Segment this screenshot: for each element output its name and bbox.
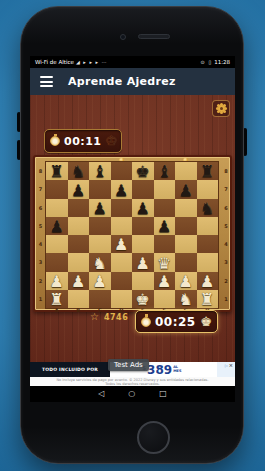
square-c2[interactable]: ♟ [89,272,111,290]
white-rook-piece[interactable]: ♜ [200,292,214,308]
ad-banner[interactable]: TODO INCLUIDO POR $ 389 AL MES ▷ × No in… [30,362,235,386]
rank-label-1: 1 [36,290,45,308]
adchoices-icon[interactable]: ▷ [225,363,228,368]
square-c5[interactable] [89,217,111,235]
square-f3[interactable]: ♛ [154,253,176,271]
white-queen-piece[interactable]: ♛ [157,256,171,272]
settings-button[interactable] [212,100,230,117]
square-g6[interactable] [175,199,197,217]
square-a2[interactable]: ♟ [46,272,68,290]
black-clock-time: 00:11 [64,135,102,148]
black-knight-piece[interactable]: ♞ [71,164,85,180]
rank-label-4: 4 [221,235,231,253]
system-status-icons: ⊙ ▯ [201,59,213,65]
nav-home-icon[interactable]: ○ [128,390,135,398]
square-c6[interactable]: ♟ [89,199,111,217]
rank-label-7: 7 [36,180,45,198]
black-king-piece[interactable]: ♚ [136,164,150,180]
home-button[interactable] [137,421,170,454]
ad-close-icon[interactable]: × [229,363,233,368]
square-b1[interactable] [68,290,90,308]
square-a5[interactable]: ♟ [46,217,68,235]
square-b6[interactable] [68,199,90,217]
square-d4[interactable]: ♟ [111,235,133,253]
square-d2[interactable] [111,272,133,290]
black-pawn-piece[interactable]: ♟ [50,219,64,235]
square-b8[interactable]: ♞ [68,162,90,180]
square-c7[interactable] [89,180,111,198]
square-f7[interactable] [154,180,176,198]
square-f2[interactable]: ♟ [154,272,176,290]
rank-label-4: 4 [36,235,45,253]
square-g8[interactable] [175,162,197,180]
app-bar: Aprende Ajedrez [30,68,235,95]
square-e5[interactable] [132,217,154,235]
square-c4[interactable] [89,235,111,253]
rank-label-7: 7 [221,180,231,198]
black-pawn-piece[interactable]: ♟ [179,183,193,199]
white-pawn-piece[interactable]: ♟ [136,256,150,272]
square-h2[interactable]: ♟ [197,272,219,290]
ad-price-period: AL MES [173,366,185,374]
gear-icon [218,105,225,112]
square-d7[interactable]: ♟ [111,180,133,198]
rank-label-2: 2 [221,272,231,290]
nav-back-icon[interactable]: ◁ [98,390,104,398]
front-camera [120,34,126,40]
white-knight-piece[interactable]: ♞ [179,292,193,308]
square-e7[interactable] [132,180,154,198]
square-c1[interactable] [89,290,111,308]
square-c3[interactable]: ♞ [89,253,111,271]
square-f8[interactable]: ♝ [154,162,176,180]
square-h1[interactable]: ♜ [197,290,219,308]
file-label-b: B [68,307,90,313]
square-a4[interactable] [46,235,68,253]
square-e6[interactable]: ♟ [132,199,154,217]
square-b3[interactable] [68,253,90,271]
black-side-piece-icon: ♚ [106,136,118,146]
square-h3[interactable] [197,253,219,271]
white-pawn-piece[interactable]: ♟ [200,274,214,290]
white-clock-time: 00:25 [155,315,196,329]
rank-label-6: 6 [221,199,231,217]
square-d8[interactable] [111,162,133,180]
rank-label-5: 5 [221,217,231,235]
black-clock: 00:11 ♚ [44,129,122,153]
square-f4[interactable] [154,235,176,253]
square-f5[interactable]: ♟ [154,217,176,235]
carrier-label: Wi-Fi de Altice [35,59,74,65]
black-pawn-piece[interactable]: ♟ [71,183,85,199]
square-b2[interactable]: ♟ [68,272,90,290]
square-e1[interactable]: ♚ [132,290,154,308]
square-h6[interactable]: ♞ [197,199,219,217]
rating-value: 4746 [104,313,128,322]
black-pawn-piece[interactable]: ♟ [136,201,150,217]
menu-icon[interactable] [40,74,53,89]
square-g1[interactable]: ♞ [175,290,197,308]
square-d5[interactable] [111,217,133,235]
square-g4[interactable] [175,235,197,253]
black-bishop-piece[interactable]: ♝ [157,164,171,180]
square-c8[interactable]: ♝ [89,162,111,180]
rank-label-3: 3 [36,253,45,271]
square-h5[interactable] [197,217,219,235]
phone-screen: Wi-Fi de Altice ◢ ▸ ▸ ▸ ⋯ ⊙ ▯ 11:28 Apre… [30,56,235,402]
white-pawn-piece[interactable]: ♟ [50,274,64,290]
nav-recents-icon[interactable]: □ [159,390,167,398]
square-f6[interactable] [154,199,176,217]
square-a3[interactable] [46,253,68,271]
white-pawn-piece[interactable]: ♟ [93,274,107,290]
square-g5[interactable] [175,217,197,235]
rank-label-8: 8 [221,162,231,180]
stopwatch-icon [141,317,151,327]
earpiece [138,34,170,39]
board-grid: ♜♞♝♚♝♜♟♟♟♟♟♞♟♟♟♞♟♛♟♟♟♟♟♟♜♚♞♜ [46,162,218,308]
square-e3[interactable]: ♟ [132,253,154,271]
black-bishop-piece[interactable]: ♝ [93,164,107,180]
square-g7[interactable]: ♟ [175,180,197,198]
background: Wi-Fi de Altice ◢ ▸ ▸ ▸ ⋯ ⊙ ▯ 11:28 Apre… [0,0,265,471]
star-icon: ☆ [90,312,99,322]
square-b5[interactable] [68,217,90,235]
black-pawn-piece[interactable]: ♟ [114,183,128,199]
square-b7[interactable]: ♟ [68,180,90,198]
square-h8[interactable]: ♜ [197,162,219,180]
ad-headline: TODO INCLUIDO POR [30,362,110,377]
square-h4[interactable] [197,235,219,253]
square-a6[interactable] [46,199,68,217]
black-pawn-piece[interactable]: ♟ [157,219,171,235]
rank-label-5: 5 [36,217,45,235]
square-f1[interactable] [154,290,176,308]
square-a7[interactable] [46,180,68,198]
white-knight-piece[interactable]: ♞ [93,256,107,272]
square-d3[interactable] [111,253,133,271]
rank-label-2: 2 [36,272,45,290]
square-b4[interactable] [68,235,90,253]
ad-price-value: 389 [147,364,172,376]
page-title: Aprende Ajedrez [68,75,176,88]
square-e8[interactable]: ♚ [132,162,154,180]
black-knight-piece[interactable]: ♞ [200,201,214,217]
chess-board: ♜♞♝♚♝♜♟♟♟♟♟♞♟♟♟♞♟♛♟♟♟♟♟♟♜♚♞♜ 87654321 87… [33,155,232,312]
square-e2[interactable] [132,272,154,290]
status-bar: Wi-Fi de Altice ◢ ▸ ▸ ▸ ⋯ ⊙ ▯ 11:28 [30,56,235,68]
white-rook-piece[interactable]: ♜ [50,292,64,308]
player-rating: ☆ 4746 [90,312,128,322]
white-pawn-piece[interactable]: ♟ [71,274,85,290]
notification-icons: ◢ ▸ ▸ ▸ ⋯ [76,59,108,65]
rank-label-6: 6 [36,199,45,217]
rank-label-1: 1 [221,290,231,308]
square-h7[interactable] [197,180,219,198]
white-clock: 00:25 ♚ [135,310,218,333]
white-pawn-piece[interactable]: ♟ [179,274,193,290]
black-rook-piece[interactable]: ♜ [50,164,64,180]
square-d1[interactable] [111,290,133,308]
test-ads-badge: Test Ads [108,359,149,371]
white-side-piece-icon: ♚ [200,317,212,327]
status-time: 11:28 [214,59,230,65]
android-nav-bar: ◁ ○ □ [30,386,235,402]
square-a8[interactable]: ♜ [46,162,68,180]
stopwatch-icon [50,136,60,146]
square-a1[interactable]: ♜ [46,290,68,308]
rank-label-3: 3 [221,253,231,271]
white-king-piece[interactable]: ♚ [136,292,150,308]
square-d6[interactable] [111,199,133,217]
ad-disclaimer: No incluye servicios de pago por evento.… [30,377,235,386]
square-e4[interactable] [132,235,154,253]
rank-labels-right: 87654321 [221,162,231,308]
black-pawn-piece[interactable]: ♟ [93,201,107,217]
black-rook-piece[interactable]: ♜ [200,164,214,180]
square-g3[interactable] [175,253,197,271]
rank-labels-left: 87654321 [36,162,45,308]
rank-label-8: 8 [36,162,45,180]
square-g2[interactable]: ♟ [175,272,197,290]
game-area: 00:11 ♚ ♜♞♝♚♝♜♟♟♟♟♟♞♟♟♟♞♟♛♟♟♟♟♟♟♜♚♞♜ 876… [30,95,235,362]
white-pawn-piece[interactable]: ♟ [157,274,171,290]
white-pawn-piece[interactable]: ♟ [114,237,128,253]
